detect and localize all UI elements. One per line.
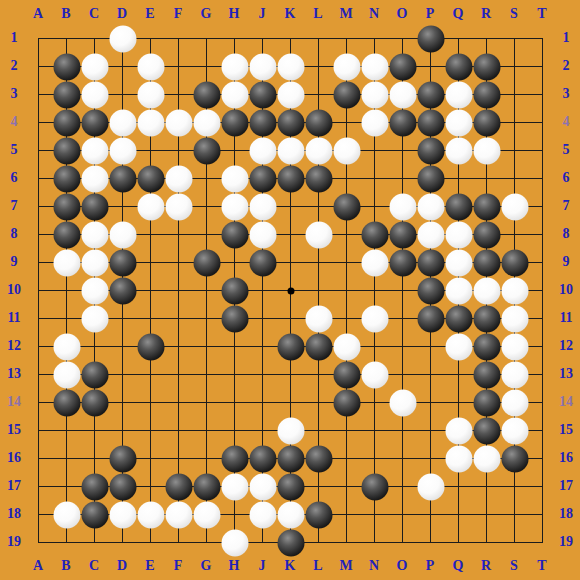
white-stone-Q4 — [445, 109, 472, 136]
black-stone-K17 — [277, 473, 304, 500]
row-label-right-16: 16 — [559, 450, 573, 466]
black-stone-R7 — [473, 193, 500, 220]
col-label-top-A: A — [33, 6, 43, 22]
white-stone-L11 — [305, 305, 332, 332]
black-stone-E6 — [137, 165, 164, 192]
row-label-right-17: 17 — [559, 478, 573, 494]
white-stone-G4 — [193, 109, 220, 136]
white-stone-B9 — [53, 249, 80, 276]
row-label-right-2: 2 — [563, 58, 570, 74]
black-stone-B3 — [53, 81, 80, 108]
white-stone-O7 — [389, 193, 416, 220]
black-stone-S16 — [501, 445, 528, 472]
col-label-top-R: R — [481, 6, 491, 22]
white-stone-Q5 — [445, 137, 472, 164]
black-stone-P5 — [417, 137, 444, 164]
black-stone-P9 — [417, 249, 444, 276]
black-stone-N8 — [361, 221, 388, 248]
black-stone-J16 — [249, 445, 276, 472]
black-stone-B8 — [53, 221, 80, 248]
black-stone-M14 — [333, 389, 360, 416]
col-label-bottom-D: D — [117, 558, 127, 574]
white-stone-S12 — [501, 333, 528, 360]
black-stone-O8 — [389, 221, 416, 248]
col-label-top-O: O — [397, 6, 408, 22]
row-label-left-19: 19 — [7, 534, 21, 550]
hoshi-point-K10 — [287, 287, 294, 294]
white-stone-C10 — [81, 277, 108, 304]
white-stone-H7 — [221, 193, 248, 220]
black-stone-R3 — [473, 81, 500, 108]
white-stone-F7 — [165, 193, 192, 220]
white-stone-B12 — [53, 333, 80, 360]
white-stone-L5 — [305, 137, 332, 164]
row-label-right-3: 3 — [563, 86, 570, 102]
white-stone-Q15 — [445, 417, 472, 444]
white-stone-J7 — [249, 193, 276, 220]
white-stone-B18 — [53, 501, 80, 528]
grid-line-horizontal — [38, 402, 543, 403]
white-stone-B13 — [53, 361, 80, 388]
col-label-bottom-E: E — [145, 558, 154, 574]
white-stone-S14 — [501, 389, 528, 416]
white-stone-C5 — [81, 137, 108, 164]
black-stone-K19 — [277, 529, 304, 556]
col-label-top-F: F — [174, 6, 183, 22]
white-stone-Q10 — [445, 277, 472, 304]
white-stone-E3 — [137, 81, 164, 108]
black-stone-C7 — [81, 193, 108, 220]
col-label-bottom-B: B — [61, 558, 70, 574]
col-label-bottom-J: J — [259, 558, 266, 574]
white-stone-J18 — [249, 501, 276, 528]
white-stone-J2 — [249, 53, 276, 80]
row-label-right-6: 6 — [563, 170, 570, 186]
white-stone-P17 — [417, 473, 444, 500]
col-label-bottom-N: N — [369, 558, 379, 574]
white-stone-H19 — [221, 529, 248, 556]
black-stone-B14 — [53, 389, 80, 416]
black-stone-N17 — [361, 473, 388, 500]
white-stone-H3 — [221, 81, 248, 108]
black-stone-O4 — [389, 109, 416, 136]
col-label-top-N: N — [369, 6, 379, 22]
black-stone-G3 — [193, 81, 220, 108]
col-label-bottom-Q: Q — [453, 558, 464, 574]
white-stone-H17 — [221, 473, 248, 500]
black-stone-D6 — [109, 165, 136, 192]
white-stone-S10 — [501, 277, 528, 304]
black-stone-P4 — [417, 109, 444, 136]
black-stone-K16 — [277, 445, 304, 472]
black-stone-R11 — [473, 305, 500, 332]
row-label-right-19: 19 — [559, 534, 573, 550]
black-stone-M13 — [333, 361, 360, 388]
row-label-left-1: 1 — [11, 30, 18, 46]
row-label-left-16: 16 — [7, 450, 21, 466]
white-stone-M5 — [333, 137, 360, 164]
black-stone-R14 — [473, 389, 500, 416]
white-stone-C11 — [81, 305, 108, 332]
col-label-top-D: D — [117, 6, 127, 22]
col-label-bottom-P: P — [426, 558, 435, 574]
white-stone-C9 — [81, 249, 108, 276]
white-stone-K15 — [277, 417, 304, 444]
black-stone-G9 — [193, 249, 220, 276]
white-stone-Q16 — [445, 445, 472, 472]
black-stone-K6 — [277, 165, 304, 192]
white-stone-C3 — [81, 81, 108, 108]
row-label-left-7: 7 — [11, 198, 18, 214]
white-stone-F6 — [165, 165, 192, 192]
white-stone-C8 — [81, 221, 108, 248]
black-stone-P10 — [417, 277, 444, 304]
black-stone-M7 — [333, 193, 360, 220]
row-label-left-11: 11 — [7, 310, 20, 326]
black-stone-E12 — [137, 333, 164, 360]
col-label-top-G: G — [201, 6, 212, 22]
black-stone-F17 — [165, 473, 192, 500]
white-stone-N4 — [361, 109, 388, 136]
row-label-left-3: 3 — [11, 86, 18, 102]
white-stone-M12 — [333, 333, 360, 360]
col-label-top-P: P — [426, 6, 435, 22]
col-label-top-S: S — [510, 6, 518, 22]
white-stone-S7 — [501, 193, 528, 220]
white-stone-N9 — [361, 249, 388, 276]
white-stone-N11 — [361, 305, 388, 332]
white-stone-F18 — [165, 501, 192, 528]
black-stone-B2 — [53, 53, 80, 80]
white-stone-E18 — [137, 501, 164, 528]
row-label-right-5: 5 — [563, 142, 570, 158]
row-label-left-2: 2 — [11, 58, 18, 74]
col-label-bottom-G: G — [201, 558, 212, 574]
black-stone-R15 — [473, 417, 500, 444]
black-stone-P6 — [417, 165, 444, 192]
row-label-left-12: 12 — [7, 338, 21, 354]
row-label-left-14: 14 — [7, 394, 21, 410]
col-label-bottom-F: F — [174, 558, 183, 574]
black-stone-R2 — [473, 53, 500, 80]
white-stone-K5 — [277, 137, 304, 164]
black-stone-J9 — [249, 249, 276, 276]
row-label-right-11: 11 — [559, 310, 572, 326]
black-stone-Q2 — [445, 53, 472, 80]
white-stone-L8 — [305, 221, 332, 248]
row-label-right-12: 12 — [559, 338, 573, 354]
black-stone-M3 — [333, 81, 360, 108]
row-label-right-1: 1 — [563, 30, 570, 46]
black-stone-L16 — [305, 445, 332, 472]
white-stone-R5 — [473, 137, 500, 164]
white-stone-S15 — [501, 417, 528, 444]
col-label-bottom-L: L — [313, 558, 322, 574]
row-label-right-7: 7 — [563, 198, 570, 214]
white-stone-N13 — [361, 361, 388, 388]
black-stone-K4 — [277, 109, 304, 136]
col-label-top-K: K — [285, 6, 296, 22]
white-stone-R10 — [473, 277, 500, 304]
black-stone-G17 — [193, 473, 220, 500]
col-label-top-T: T — [537, 6, 546, 22]
white-stone-H2 — [221, 53, 248, 80]
row-label-left-13: 13 — [7, 366, 21, 382]
white-stone-Q3 — [445, 81, 472, 108]
black-stone-R4 — [473, 109, 500, 136]
black-stone-D16 — [109, 445, 136, 472]
white-stone-K3 — [277, 81, 304, 108]
black-stone-Q7 — [445, 193, 472, 220]
black-stone-D9 — [109, 249, 136, 276]
row-label-right-4: 4 — [563, 114, 570, 130]
col-label-bottom-S: S — [510, 558, 518, 574]
white-stone-E4 — [137, 109, 164, 136]
black-stone-H11 — [221, 305, 248, 332]
white-stone-Q8 — [445, 221, 472, 248]
black-stone-L4 — [305, 109, 332, 136]
black-stone-P1 — [417, 25, 444, 52]
black-stone-D10 — [109, 277, 136, 304]
black-stone-B4 — [53, 109, 80, 136]
black-stone-S9 — [501, 249, 528, 276]
black-stone-P11 — [417, 305, 444, 332]
black-stone-R13 — [473, 361, 500, 388]
black-stone-C13 — [81, 361, 108, 388]
white-stone-K2 — [277, 53, 304, 80]
black-stone-Q11 — [445, 305, 472, 332]
white-stone-C2 — [81, 53, 108, 80]
black-stone-O2 — [389, 53, 416, 80]
white-stone-D1 — [109, 25, 136, 52]
black-stone-C4 — [81, 109, 108, 136]
white-stone-P8 — [417, 221, 444, 248]
white-stone-J5 — [249, 137, 276, 164]
white-stone-Q12 — [445, 333, 472, 360]
black-stone-H10 — [221, 277, 248, 304]
col-label-bottom-H: H — [229, 558, 240, 574]
white-stone-E2 — [137, 53, 164, 80]
grid-line-vertical — [542, 38, 543, 543]
col-label-top-L: L — [313, 6, 322, 22]
white-stone-O3 — [389, 81, 416, 108]
white-stone-H6 — [221, 165, 248, 192]
black-stone-C18 — [81, 501, 108, 528]
col-label-bottom-C: C — [89, 558, 99, 574]
col-label-top-J: J — [259, 6, 266, 22]
row-label-left-4: 4 — [11, 114, 18, 130]
black-stone-L6 — [305, 165, 332, 192]
grid-line-horizontal — [38, 374, 543, 375]
row-label-left-9: 9 — [11, 254, 18, 270]
col-label-bottom-T: T — [537, 558, 546, 574]
black-stone-K12 — [277, 333, 304, 360]
white-stone-O14 — [389, 389, 416, 416]
black-stone-D17 — [109, 473, 136, 500]
black-stone-B5 — [53, 137, 80, 164]
white-stone-D18 — [109, 501, 136, 528]
col-label-bottom-A: A — [33, 558, 43, 574]
black-stone-H8 — [221, 221, 248, 248]
black-stone-R12 — [473, 333, 500, 360]
white-stone-N2 — [361, 53, 388, 80]
row-label-left-8: 8 — [11, 226, 18, 242]
white-stone-M2 — [333, 53, 360, 80]
col-label-top-E: E — [145, 6, 154, 22]
white-stone-J8 — [249, 221, 276, 248]
white-stone-C6 — [81, 165, 108, 192]
row-label-right-18: 18 — [559, 506, 573, 522]
black-stone-L12 — [305, 333, 332, 360]
row-label-right-9: 9 — [563, 254, 570, 270]
col-label-bottom-M: M — [339, 558, 352, 574]
black-stone-H4 — [221, 109, 248, 136]
black-stone-P3 — [417, 81, 444, 108]
white-stone-S13 — [501, 361, 528, 388]
white-stone-E7 — [137, 193, 164, 220]
row-label-right-8: 8 — [563, 226, 570, 242]
white-stone-P7 — [417, 193, 444, 220]
row-label-right-13: 13 — [559, 366, 573, 382]
black-stone-J4 — [249, 109, 276, 136]
black-stone-L18 — [305, 501, 332, 528]
row-label-left-18: 18 — [7, 506, 21, 522]
row-label-right-14: 14 — [559, 394, 573, 410]
white-stone-R16 — [473, 445, 500, 472]
grid-line-vertical — [346, 38, 347, 543]
black-stone-R8 — [473, 221, 500, 248]
col-label-top-H: H — [229, 6, 240, 22]
white-stone-D5 — [109, 137, 136, 164]
white-stone-F4 — [165, 109, 192, 136]
row-label-left-5: 5 — [11, 142, 18, 158]
col-label-top-Q: Q — [453, 6, 464, 22]
row-label-left-15: 15 — [7, 422, 21, 438]
black-stone-C17 — [81, 473, 108, 500]
row-label-left-17: 17 — [7, 478, 21, 494]
white-stone-D8 — [109, 221, 136, 248]
black-stone-B7 — [53, 193, 80, 220]
black-stone-J6 — [249, 165, 276, 192]
black-stone-B6 — [53, 165, 80, 192]
col-label-bottom-O: O — [397, 558, 408, 574]
col-label-top-M: M — [339, 6, 352, 22]
black-stone-G5 — [193, 137, 220, 164]
col-label-bottom-K: K — [285, 558, 296, 574]
col-label-top-C: C — [89, 6, 99, 22]
row-label-right-10: 10 — [559, 282, 573, 298]
black-stone-H16 — [221, 445, 248, 472]
col-label-bottom-R: R — [481, 558, 491, 574]
black-stone-J3 — [249, 81, 276, 108]
white-stone-N3 — [361, 81, 388, 108]
black-stone-O9 — [389, 249, 416, 276]
go-board[interactable]: AABBCCDDEEFFGGHHJJKKLLMMNNOOPPQQRRSSTT11… — [0, 0, 580, 580]
col-label-top-B: B — [61, 6, 70, 22]
white-stone-D4 — [109, 109, 136, 136]
row-label-left-10: 10 — [7, 282, 21, 298]
white-stone-S11 — [501, 305, 528, 332]
white-stone-K18 — [277, 501, 304, 528]
white-stone-J17 — [249, 473, 276, 500]
row-label-left-6: 6 — [11, 170, 18, 186]
black-stone-R9 — [473, 249, 500, 276]
black-stone-C14 — [81, 389, 108, 416]
white-stone-G18 — [193, 501, 220, 528]
row-label-right-15: 15 — [559, 422, 573, 438]
white-stone-Q9 — [445, 249, 472, 276]
